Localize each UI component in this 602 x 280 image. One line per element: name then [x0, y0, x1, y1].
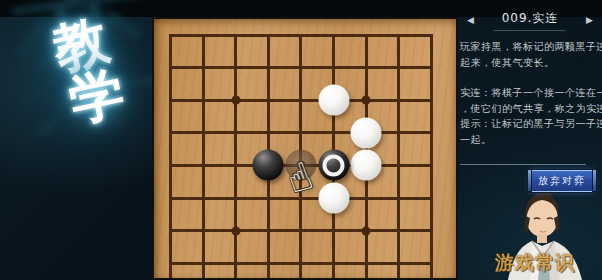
paragraph-gap: [460, 70, 600, 85]
lesson-line: 玩家持黑，将标记的两颗黑子连接: [460, 39, 600, 55]
panel-divider: [460, 164, 586, 165]
black-stone: [253, 150, 284, 181]
game-knowledge-button[interactable]: 游戏常识: [495, 250, 575, 276]
grid-line-vertical: [169, 34, 172, 280]
lesson-line: 实连：将棋子一个接一个连在一起: [460, 85, 600, 101]
grid-line-vertical: [234, 34, 237, 280]
lesson-text: 玩家持黑，将标记的两颗黑子连接 起来，使其气变长。 实连：将棋子一个接一个连在一…: [460, 39, 600, 147]
white-stone: [318, 85, 349, 116]
grid-line-horizontal: [169, 229, 433, 232]
grid-line-horizontal: [169, 262, 433, 265]
lesson-title: 009.实连: [494, 8, 567, 31]
lesson-nav: ◀ 009.实连 ▶: [460, 8, 600, 31]
white-stone: [351, 150, 382, 181]
star-point: [362, 96, 371, 105]
go-board[interactable]: ☝: [152, 17, 458, 280]
grid-line-vertical: [202, 34, 205, 280]
lesson-panel: ◀ 009.实连 ▶ 玩家持黑，将标记的两颗黑子连接 起来，使其气变长。 实连：…: [460, 8, 600, 192]
banner-char-learn: 学: [65, 65, 129, 129]
star-point: [362, 226, 371, 235]
lesson-line: ，使它们的气共享，称之为实连。: [460, 101, 600, 117]
marked-black-stone: [318, 150, 349, 181]
grid-line-vertical: [397, 34, 400, 280]
lesson-line: 起来，使其气变长。: [460, 55, 600, 71]
resign-game-button[interactable]: 放弃对弈: [530, 170, 594, 192]
white-stone: [351, 117, 382, 148]
tutorial-banner: 弈 教 学: [18, 0, 148, 200]
next-lesson-icon[interactable]: ▶: [583, 13, 596, 27]
grid-line-vertical: [430, 34, 433, 280]
white-stone: [318, 183, 349, 214]
lesson-line: 一起。: [460, 132, 600, 148]
lesson-line: 提示：让标记的黑子与另一子连在: [460, 116, 600, 132]
prev-lesson-icon[interactable]: ◀: [464, 13, 477, 27]
circle-marker: [323, 154, 345, 176]
star-point: [231, 226, 240, 235]
star-point: [231, 96, 240, 105]
